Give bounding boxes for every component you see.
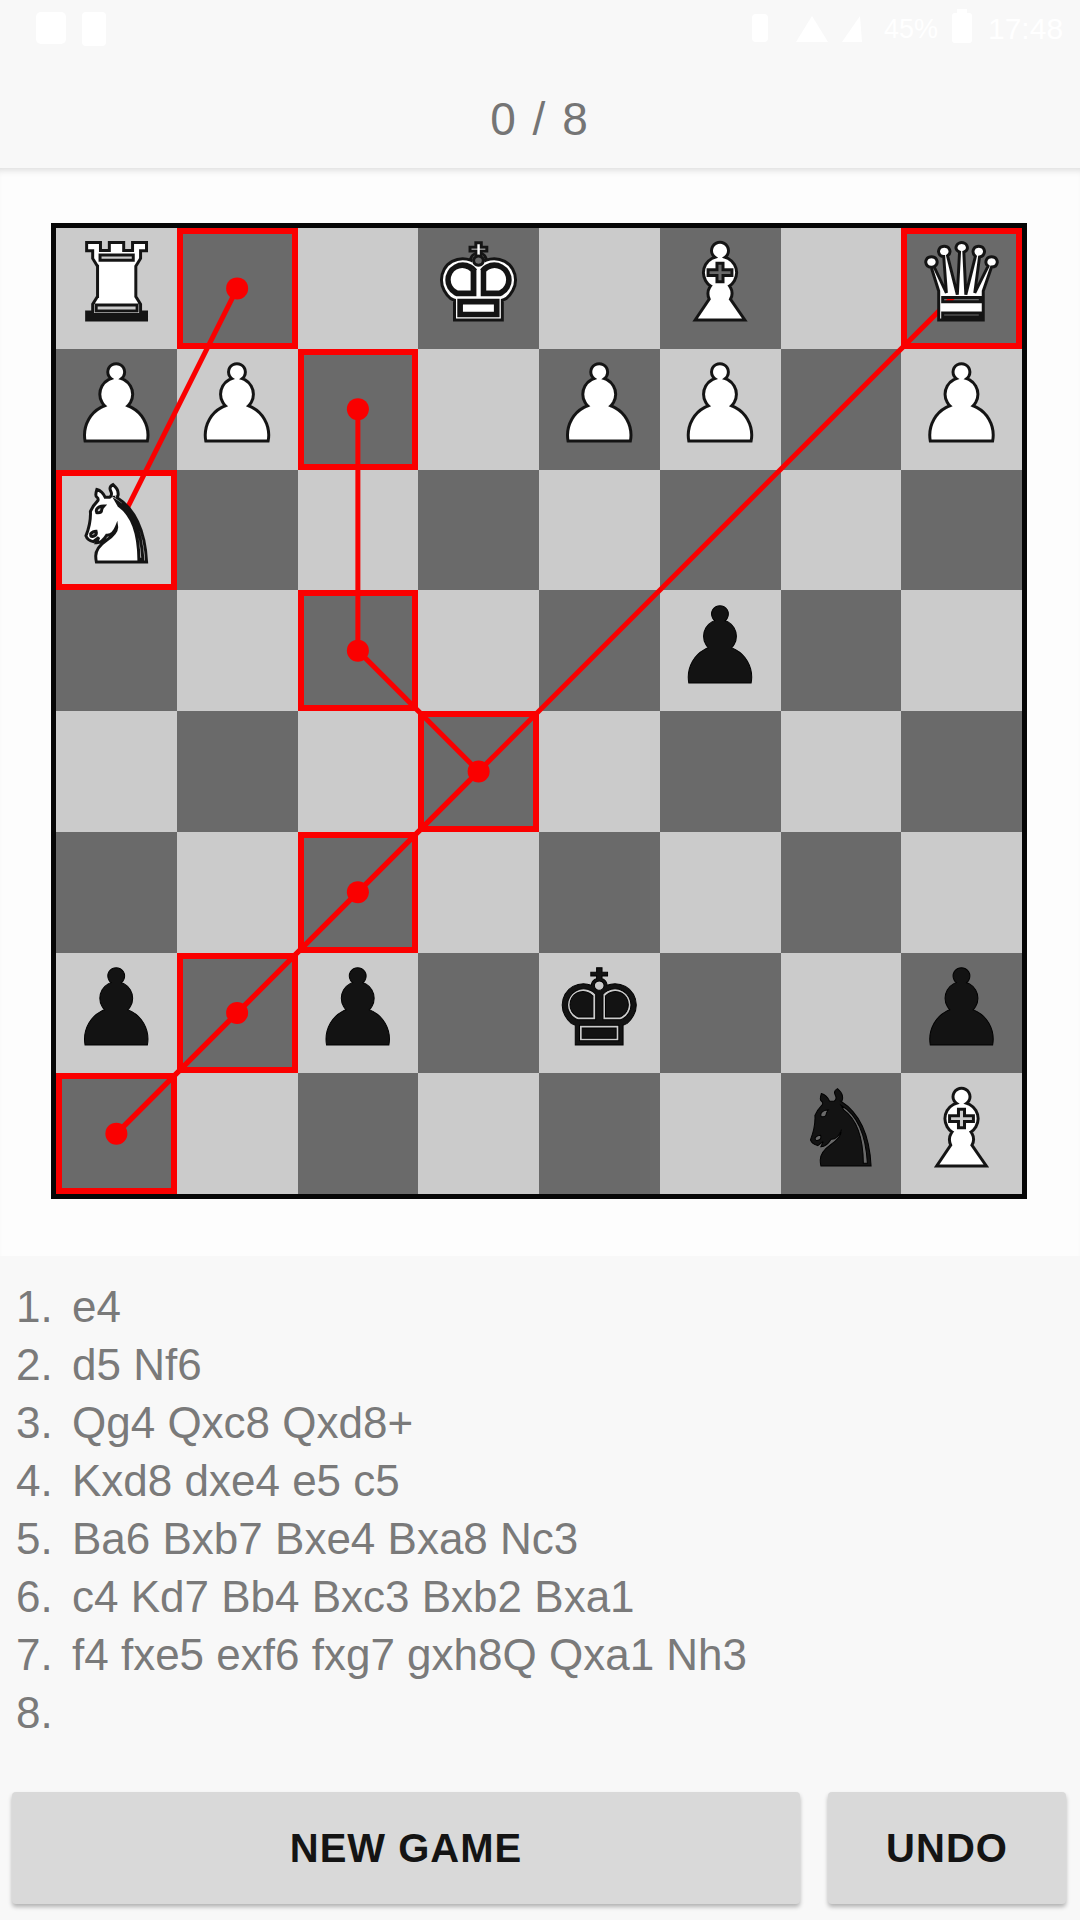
white-bishop-a8: ♝ [914,1077,1009,1183]
move-number: 3. [16,1398,60,1448]
square-f5[interactable] [298,711,419,832]
move-number: 7. [16,1630,60,1680]
square-e7[interactable] [418,953,539,1074]
square-g2[interactable]: ♟ [177,349,298,470]
clock: 17:48 [988,12,1063,46]
square-e6[interactable] [418,832,539,953]
square-a5[interactable] [901,711,1022,832]
square-h4[interactable] [56,590,177,711]
square-e3[interactable] [418,470,539,591]
square-d8[interactable] [539,1073,660,1194]
square-e8[interactable] [418,1073,539,1194]
square-b4[interactable] [781,590,902,711]
square-d4[interactable] [539,590,660,711]
battery-icon [952,13,972,43]
black-pawn-f7: ♟ [310,956,405,1062]
vibrate-icon [752,14,768,42]
white-bishop-c1: ♝ [673,231,768,337]
move-san: e4 [72,1282,121,1332]
square-a3[interactable] [901,470,1022,591]
square-g1[interactable] [177,228,298,349]
square-d1[interactable] [539,228,660,349]
battery-percent: 45% [884,14,938,45]
square-g6[interactable] [177,832,298,953]
signal-icon [842,16,862,42]
square-a6[interactable] [901,832,1022,953]
white-rook-h1: ♜ [69,231,164,337]
square-g3[interactable] [177,470,298,591]
undo-button[interactable]: UNDO [828,1792,1066,1904]
square-b2[interactable] [781,349,902,470]
square-b1[interactable] [781,228,902,349]
move-san: Ba6 Bxb7 Bxe4 Bxa8 Nc3 [72,1514,578,1564]
square-g5[interactable] [177,711,298,832]
square-f2[interactable] [298,349,419,470]
square-d5[interactable] [539,711,660,832]
new-game-button[interactable]: NEW GAME [12,1792,800,1904]
move-number: 4. [16,1456,60,1506]
square-a2[interactable]: ♟ [901,349,1022,470]
black-knight-b8: ♞ [793,1077,888,1183]
white-king-e1: ♚ [431,231,526,337]
square-a8[interactable]: ♝ [901,1073,1022,1194]
square-c8[interactable] [660,1073,781,1194]
move-list: 1.e42.d5 Nf63.Qg4 Qxc8 Qxd8+4.Kxd8 dxe4 … [16,1278,1066,1742]
black-king-d7: ♚ [552,956,647,1062]
square-c2[interactable]: ♟ [660,349,781,470]
move-number: 1. [16,1282,60,1332]
square-h6[interactable] [56,832,177,953]
move-row: 3.Qg4 Qxc8 Qxd8+ [16,1394,1066,1452]
square-b7[interactable] [781,953,902,1074]
square-h1[interactable]: ♜ [56,228,177,349]
square-c6[interactable] [660,832,781,953]
move-row: 4.Kxd8 dxe4 e5 c5 [16,1452,1066,1510]
square-c4[interactable]: ♟ [660,590,781,711]
wifi-icon [796,16,828,42]
square-e4[interactable] [418,590,539,711]
move-san: Qg4 Qxc8 Qxd8+ [72,1398,413,1448]
square-h7[interactable]: ♟ [56,953,177,1074]
square-c7[interactable] [660,953,781,1074]
move-number: 5. [16,1514,60,1564]
move-san: f4 fxe5 exf6 fxg7 gxh8Q Qxa1 Nh3 [72,1630,747,1680]
notification-icon [36,12,66,44]
black-pawn-c4: ♟ [673,594,768,700]
square-d6[interactable] [539,832,660,953]
white-pawn-d2: ♟ [552,352,647,458]
square-h5[interactable] [56,711,177,832]
square-g8[interactable] [177,1073,298,1194]
move-number: 6. [16,1572,60,1622]
move-san: Kxd8 dxe4 e5 c5 [72,1456,400,1506]
move-number: 8. [16,1688,60,1738]
square-d2[interactable]: ♟ [539,349,660,470]
square-g4[interactable] [177,590,298,711]
move-row: 6.c4 Kd7 Bb4 Bxc3 Bxb2 Bxa1 [16,1568,1066,1626]
square-d7[interactable]: ♚ [539,953,660,1074]
move-san: d5 Nf6 [72,1340,202,1390]
square-f1[interactable] [298,228,419,349]
square-c1[interactable]: ♝ [660,228,781,349]
square-f8[interactable] [298,1073,419,1194]
white-pawn-a2: ♟ [914,352,1009,458]
move-number: 2. [16,1340,60,1390]
move-row: 1.e4 [16,1278,1066,1336]
square-f4[interactable] [298,590,419,711]
square-a7[interactable]: ♟ [901,953,1022,1074]
status-bar: 45% 17:48 [0,0,1080,56]
square-c3[interactable] [660,470,781,591]
square-f7[interactable]: ♟ [298,953,419,1074]
black-pawn-a7: ♟ [914,956,1009,1062]
square-b5[interactable] [781,711,902,832]
notification-icon [82,12,106,46]
black-pawn-h7: ♟ [69,956,164,1062]
square-a4[interactable] [901,590,1022,711]
square-f3[interactable] [298,470,419,591]
square-h2[interactable]: ♟ [56,349,177,470]
move-row: 7.f4 fxe5 exf6 fxg7 gxh8Q Qxa1 Nh3 [16,1626,1066,1684]
white-pawn-g2: ♟ [190,352,285,458]
move-san: c4 Kd7 Bb4 Bxc3 Bxb2 Bxa1 [72,1572,635,1622]
move-row: 5.Ba6 Bxb7 Bxe4 Bxa8 Nc3 [16,1510,1066,1568]
square-f6[interactable] [298,832,419,953]
square-e2[interactable] [418,349,539,470]
square-e1[interactable]: ♚ [418,228,539,349]
square-g7[interactable] [177,953,298,1074]
white-pawn-h2: ♟ [69,352,164,458]
square-d3[interactable] [539,470,660,591]
square-h3[interactable]: ♞ [56,470,177,591]
white-knight-h3: ♞ [69,473,164,579]
move-counter: 0 / 8 [0,92,1080,146]
board-grid[interactable]: ♜♚♝♛♟♟♟♟♟♞♟♟♟♚♟♞♝ [56,228,1022,1194]
white-queen-a1: ♛ [914,231,1009,337]
square-a1[interactable]: ♛ [901,228,1022,349]
square-c5[interactable] [660,711,781,832]
square-b3[interactable] [781,470,902,591]
square-e5[interactable] [418,711,539,832]
square-b8[interactable]: ♞ [781,1073,902,1194]
square-b6[interactable] [781,832,902,953]
chess-board[interactable]: ♜♚♝♛♟♟♟♟♟♞♟♟♟♚♟♞♝ [51,223,1027,1199]
move-row: 8. [16,1684,1066,1742]
square-h8[interactable] [56,1073,177,1194]
white-pawn-c2: ♟ [673,352,768,458]
move-row: 2.d5 Nf6 [16,1336,1066,1394]
